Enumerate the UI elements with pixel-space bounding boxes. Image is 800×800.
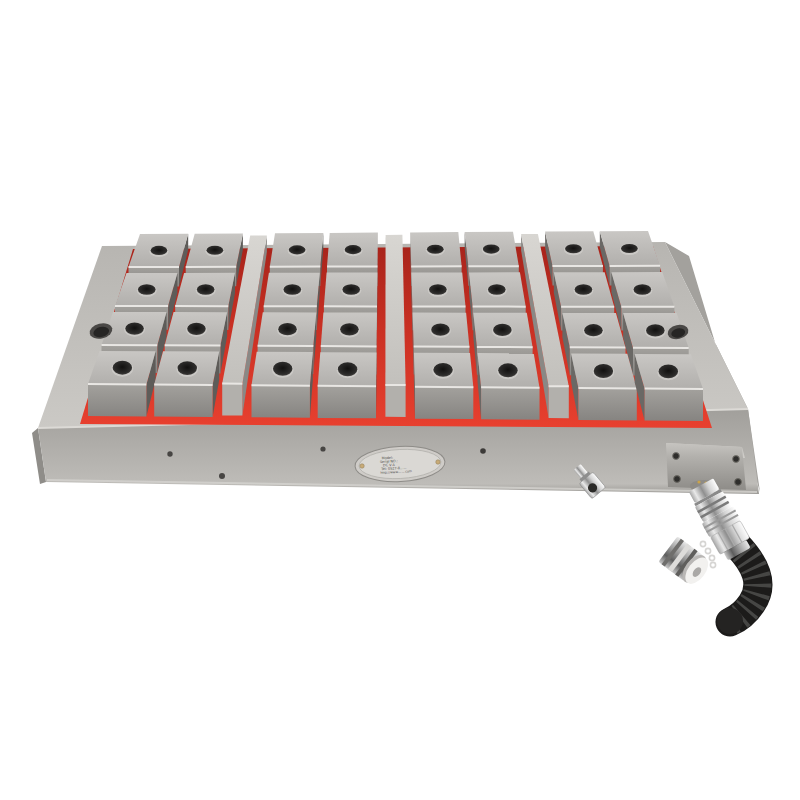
nameplate-rivet	[360, 464, 365, 469]
strip-front-face	[385, 385, 405, 417]
magnetic-chuck-scene: Model: Serial NO.: DC V A Tel: 0527-8…… …	[0, 0, 800, 800]
pole-hole	[206, 246, 223, 255]
pole-hole	[575, 284, 593, 295]
pole-hole	[646, 324, 665, 336]
magnetic-pole-front-face	[645, 389, 703, 422]
pole-hole	[431, 324, 450, 336]
pole-hole	[151, 246, 168, 255]
pole-hole	[289, 245, 306, 254]
pole-hole	[427, 245, 444, 254]
pole-hole	[621, 244, 638, 253]
box-screw	[674, 476, 681, 483]
magnetic-pole-front-face	[578, 388, 636, 421]
pole-hole	[273, 362, 292, 376]
pole-grid	[88, 231, 703, 421]
pole-hole	[488, 284, 506, 295]
product-photo: Model: Serial NO.: DC V A Tel: 0527-8…… …	[0, 0, 800, 800]
pole-hole	[187, 323, 206, 335]
pole-hole	[634, 284, 652, 295]
magnetic-pole-front-face	[481, 387, 539, 420]
corrugated-cable-hose	[717, 545, 758, 634]
pole-hole	[659, 364, 678, 378]
box-screw	[673, 453, 680, 460]
front-face-hole	[320, 446, 325, 451]
pole-hole	[429, 284, 447, 295]
front-face-hole	[480, 448, 486, 454]
pole-hole	[493, 324, 512, 336]
pole-hole	[340, 323, 359, 335]
pole-hole	[498, 363, 517, 377]
front-face-hole	[219, 473, 225, 479]
pole-hole	[338, 362, 357, 376]
pole-hole	[483, 244, 500, 253]
pole-hole	[283, 284, 301, 295]
pole-hole	[138, 284, 156, 295]
strip-front-face	[222, 384, 242, 416]
magnetic-pole-front-face	[318, 386, 376, 418]
pole-hole	[125, 322, 144, 334]
pole-hole	[178, 361, 197, 375]
magnetic-pole-front-face	[252, 385, 310, 418]
pole-hole	[197, 284, 215, 295]
magnetic-pole-front-face	[88, 384, 146, 417]
pole-hole	[594, 364, 613, 378]
strip-front-face	[549, 386, 569, 418]
pole-hole	[565, 244, 582, 253]
pole-hole	[342, 284, 360, 295]
pole-hole	[584, 324, 603, 336]
nameplate-rivet	[436, 460, 441, 465]
strip-top-face	[385, 235, 405, 385]
front-face-hole	[167, 451, 172, 456]
box-screw	[735, 479, 742, 486]
pole-hole	[113, 361, 132, 375]
magnetic-pole-front-face	[154, 385, 212, 418]
pole-hole	[345, 245, 362, 254]
box-screw	[733, 456, 740, 463]
pole-hole	[433, 363, 452, 377]
pole-hole	[278, 323, 297, 335]
magnetic-pole-front-face	[415, 387, 473, 419]
